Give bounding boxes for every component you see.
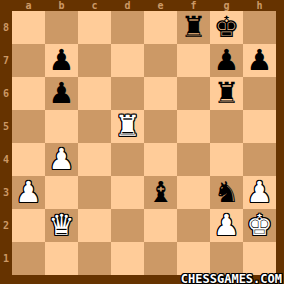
square-b8[interactable] (45, 11, 78, 44)
square-f2[interactable] (177, 209, 210, 242)
black-pawn-h7: ♟ (243, 44, 276, 77)
square-e4[interactable] (144, 143, 177, 176)
white-queen-b2: ♛ (45, 209, 78, 242)
square-c1[interactable] (78, 242, 111, 275)
square-h7[interactable]: ♟ (243, 44, 276, 77)
black-bishop-e3: ♝ (144, 176, 177, 209)
square-f7[interactable] (177, 44, 210, 77)
square-d3[interactable] (111, 176, 144, 209)
square-g5[interactable] (210, 110, 243, 143)
rank-label-7: 7 (0, 44, 12, 77)
square-e2[interactable] (144, 209, 177, 242)
board-grid: ♜♚♟♟♟♟♜♜♟♟♝♞♟♛♟♚ (12, 11, 276, 275)
file-label-c: c (78, 0, 111, 11)
square-c2[interactable] (78, 209, 111, 242)
square-h5[interactable] (243, 110, 276, 143)
square-h2[interactable]: ♚ (243, 209, 276, 242)
square-b7[interactable]: ♟ (45, 44, 78, 77)
square-h3[interactable]: ♟ (243, 176, 276, 209)
square-c7[interactable] (78, 44, 111, 77)
square-b3[interactable] (45, 176, 78, 209)
square-g6[interactable]: ♜ (210, 77, 243, 110)
rank-label-3: 3 (0, 176, 12, 209)
square-d1[interactable] (111, 242, 144, 275)
square-b1[interactable] (45, 242, 78, 275)
white-pawn-g2: ♟ (210, 209, 243, 242)
square-g1[interactable] (210, 242, 243, 275)
black-pawn-g7: ♟ (210, 44, 243, 77)
square-a2[interactable] (12, 209, 45, 242)
square-e8[interactable] (144, 11, 177, 44)
white-pawn-b4: ♟ (45, 143, 78, 176)
square-a4[interactable] (12, 143, 45, 176)
square-e7[interactable] (144, 44, 177, 77)
square-f8[interactable]: ♜ (177, 11, 210, 44)
white-rook-d5: ♜ (111, 110, 144, 143)
square-a5[interactable] (12, 110, 45, 143)
square-h1[interactable] (243, 242, 276, 275)
square-e1[interactable] (144, 242, 177, 275)
file-label-a: a (12, 0, 45, 11)
square-f5[interactable] (177, 110, 210, 143)
white-pawn-h3: ♟ (243, 176, 276, 209)
square-b2[interactable]: ♛ (45, 209, 78, 242)
square-d6[interactable] (111, 77, 144, 110)
square-h4[interactable] (243, 143, 276, 176)
black-knight-g3: ♞ (210, 176, 243, 209)
file-label-e: e (144, 0, 177, 11)
square-d5[interactable]: ♜ (111, 110, 144, 143)
square-a7[interactable] (12, 44, 45, 77)
square-h8[interactable] (243, 11, 276, 44)
white-pawn-a3: ♟ (12, 176, 45, 209)
square-g3[interactable]: ♞ (210, 176, 243, 209)
black-rook-f8: ♜ (177, 11, 210, 44)
square-d8[interactable] (111, 11, 144, 44)
square-g4[interactable] (210, 143, 243, 176)
square-f6[interactable] (177, 77, 210, 110)
square-f1[interactable] (177, 242, 210, 275)
chessgames-logo: CHESSGAMES.COM (181, 273, 282, 284)
square-a6[interactable] (12, 77, 45, 110)
square-e3[interactable]: ♝ (144, 176, 177, 209)
square-a1[interactable] (12, 242, 45, 275)
square-b4[interactable]: ♟ (45, 143, 78, 176)
rank-labels: 87654321 (0, 11, 12, 275)
square-b6[interactable]: ♟ (45, 77, 78, 110)
black-king-g8: ♚ (210, 11, 243, 44)
square-c6[interactable] (78, 77, 111, 110)
square-f4[interactable] (177, 143, 210, 176)
square-c4[interactable] (78, 143, 111, 176)
rank-label-5: 5 (0, 110, 12, 143)
square-g2[interactable]: ♟ (210, 209, 243, 242)
rank-label-6: 6 (0, 77, 12, 110)
square-a3[interactable]: ♟ (12, 176, 45, 209)
square-a8[interactable] (12, 11, 45, 44)
black-pawn-b7: ♟ (45, 44, 78, 77)
square-c8[interactable] (78, 11, 111, 44)
square-d2[interactable] (111, 209, 144, 242)
file-label-h: h (243, 0, 276, 11)
black-pawn-b6: ♟ (45, 77, 78, 110)
rank-label-4: 4 (0, 143, 12, 176)
square-d7[interactable] (111, 44, 144, 77)
file-label-b: b (45, 0, 78, 11)
file-label-d: d (111, 0, 144, 11)
square-c3[interactable] (78, 176, 111, 209)
square-h6[interactable] (243, 77, 276, 110)
rank-label-2: 2 (0, 209, 12, 242)
rank-label-8: 8 (0, 11, 12, 44)
square-g7[interactable]: ♟ (210, 44, 243, 77)
square-d4[interactable] (111, 143, 144, 176)
square-b5[interactable] (45, 110, 78, 143)
square-f3[interactable] (177, 176, 210, 209)
square-e5[interactable] (144, 110, 177, 143)
square-g8[interactable]: ♚ (210, 11, 243, 44)
square-e6[interactable] (144, 77, 177, 110)
rank-label-1: 1 (0, 242, 12, 275)
white-king-h2: ♚ (243, 209, 276, 242)
black-rook-g6: ♜ (210, 77, 243, 110)
square-c5[interactable] (78, 110, 111, 143)
chess-board-frame: abcdefgh 87654321 ♜♚♟♟♟♟♜♜♟♟♝♞♟♛♟♚ CHESS… (0, 0, 284, 284)
